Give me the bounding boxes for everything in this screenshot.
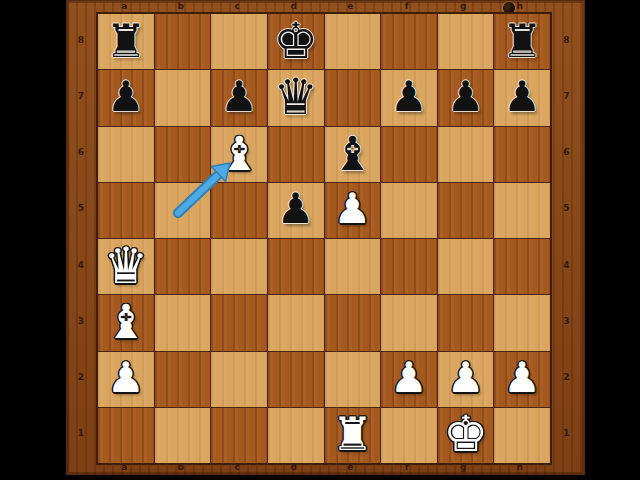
square-b6[interactable] [155, 127, 211, 182]
square-d3[interactable] [268, 295, 324, 350]
file-label-b: b [153, 0, 210, 12]
square-c3[interactable] [211, 295, 267, 350]
rank-label-8: 8 [66, 12, 96, 68]
square-f1[interactable] [381, 408, 437, 463]
piece-black-king: ♚ [273, 16, 318, 66]
square-a3[interactable]: ♝ [98, 295, 154, 350]
square-e5[interactable]: ♟ [325, 183, 381, 238]
square-c5[interactable] [211, 183, 267, 238]
piece-white-bishop: ♝ [218, 130, 260, 177]
square-e3[interactable] [325, 295, 381, 350]
square-g6[interactable] [438, 127, 494, 182]
piece-white-pawn: ♟ [107, 357, 145, 399]
square-c1[interactable] [211, 408, 267, 463]
piece-white-bishop: ♝ [105, 298, 147, 345]
square-d2[interactable] [268, 352, 324, 407]
square-h8[interactable]: ♜ [494, 14, 550, 69]
square-f6[interactable] [381, 127, 437, 182]
square-b2[interactable] [155, 352, 211, 407]
square-c7[interactable]: ♟ [211, 70, 267, 125]
piece-black-pawn: ♟ [277, 188, 315, 230]
rank-label-4: 4 [66, 237, 96, 293]
square-g5[interactable] [438, 183, 494, 238]
rank-label-7: 7 [66, 68, 96, 124]
square-g7[interactable]: ♟ [438, 70, 494, 125]
piece-black-pawn: ♟ [447, 76, 485, 118]
file-label-g: g [435, 0, 492, 12]
piece-white-pawn: ♟ [447, 357, 485, 399]
rank-label-3: 3 [548, 293, 585, 349]
square-c4[interactable] [211, 239, 267, 294]
piece-white-pawn: ♟ [390, 357, 428, 399]
piece-white-pawn: ♟ [503, 357, 541, 399]
square-d8[interactable]: ♚ [268, 14, 324, 69]
square-h6[interactable] [494, 127, 550, 182]
square-e7[interactable] [325, 70, 381, 125]
video-frame: abcdefgh abcdefgh 87654321 87654321 ♜♚♜♟… [0, 0, 640, 480]
square-h4[interactable] [494, 239, 550, 294]
square-h5[interactable] [494, 183, 550, 238]
rank-label-1: 1 [66, 405, 96, 461]
square-a4[interactable]: ♛ [98, 239, 154, 294]
piece-black-queen: ♛ [273, 72, 318, 122]
square-d5[interactable]: ♟ [268, 183, 324, 238]
square-g4[interactable] [438, 239, 494, 294]
square-e1[interactable]: ♜ [325, 408, 381, 463]
piece-white-queen: ♛ [103, 241, 148, 291]
chess-board: ♜♚♜♟♟♛♟♟♟♝♝♟♟♛♝♟♟♟♟♜♚ [96, 12, 552, 465]
piece-black-pawn: ♟ [390, 76, 428, 118]
rank-label-3: 3 [66, 293, 96, 349]
piece-white-rook: ♜ [332, 411, 373, 457]
file-label-a: a [96, 0, 153, 12]
square-f8[interactable] [381, 14, 437, 69]
rank-label-4: 4 [548, 237, 585, 293]
piece-black-rook: ♜ [502, 18, 543, 64]
square-f3[interactable] [381, 295, 437, 350]
rank-label-2: 2 [548, 349, 585, 405]
square-a2[interactable]: ♟ [98, 352, 154, 407]
square-d6[interactable] [268, 127, 324, 182]
square-b5[interactable] [155, 183, 211, 238]
square-e4[interactable] [325, 239, 381, 294]
rank-labels-left: 87654321 [66, 12, 96, 461]
square-g2[interactable]: ♟ [438, 352, 494, 407]
square-g8[interactable] [438, 14, 494, 69]
rank-label-8: 8 [548, 12, 585, 68]
square-h3[interactable] [494, 295, 550, 350]
file-label-c: c [209, 0, 266, 12]
square-g1[interactable]: ♚ [438, 408, 494, 463]
rank-label-1: 1 [548, 405, 585, 461]
square-d7[interactable]: ♛ [268, 70, 324, 125]
square-a8[interactable]: ♜ [98, 14, 154, 69]
piece-black-bishop: ♝ [331, 130, 373, 177]
piece-black-pawn: ♟ [220, 76, 258, 118]
square-h2[interactable]: ♟ [494, 352, 550, 407]
square-f5[interactable] [381, 183, 437, 238]
square-f7[interactable]: ♟ [381, 70, 437, 125]
square-d1[interactable] [268, 408, 324, 463]
square-b3[interactable] [155, 295, 211, 350]
rank-label-7: 7 [548, 68, 585, 124]
file-label-h: h [492, 0, 549, 12]
square-e6[interactable]: ♝ [325, 127, 381, 182]
square-h7[interactable]: ♟ [494, 70, 550, 125]
rank-labels-right: 87654321 [548, 12, 585, 461]
square-g3[interactable] [438, 295, 494, 350]
piece-black-rook: ♜ [105, 18, 146, 64]
square-a7[interactable]: ♟ [98, 70, 154, 125]
square-h1[interactable] [494, 408, 550, 463]
piece-white-king: ♚ [443, 409, 488, 459]
square-a6[interactable] [98, 127, 154, 182]
square-c2[interactable] [211, 352, 267, 407]
file-labels-top: abcdefgh [96, 0, 548, 12]
square-f2[interactable]: ♟ [381, 352, 437, 407]
square-a1[interactable] [98, 408, 154, 463]
rank-label-5: 5 [548, 180, 585, 236]
square-c8[interactable] [211, 14, 267, 69]
rank-label-6: 6 [548, 124, 585, 180]
square-a5[interactable] [98, 183, 154, 238]
square-e8[interactable] [325, 14, 381, 69]
square-d4[interactable] [268, 239, 324, 294]
piece-black-pawn: ♟ [503, 76, 541, 118]
rank-label-2: 2 [66, 349, 96, 405]
file-label-e: e [322, 0, 379, 12]
square-f4[interactable] [381, 239, 437, 294]
square-b7[interactable] [155, 70, 211, 125]
square-c6[interactable]: ♝ [211, 127, 267, 182]
piece-black-pawn: ♟ [107, 76, 145, 118]
square-e2[interactable] [325, 352, 381, 407]
square-b4[interactable] [155, 239, 211, 294]
file-label-d: d [266, 0, 323, 12]
rank-label-6: 6 [66, 124, 96, 180]
square-b8[interactable] [155, 14, 211, 69]
rank-label-5: 5 [66, 180, 96, 236]
piece-white-pawn: ♟ [333, 188, 371, 230]
file-label-f: f [379, 0, 436, 12]
square-b1[interactable] [155, 408, 211, 463]
